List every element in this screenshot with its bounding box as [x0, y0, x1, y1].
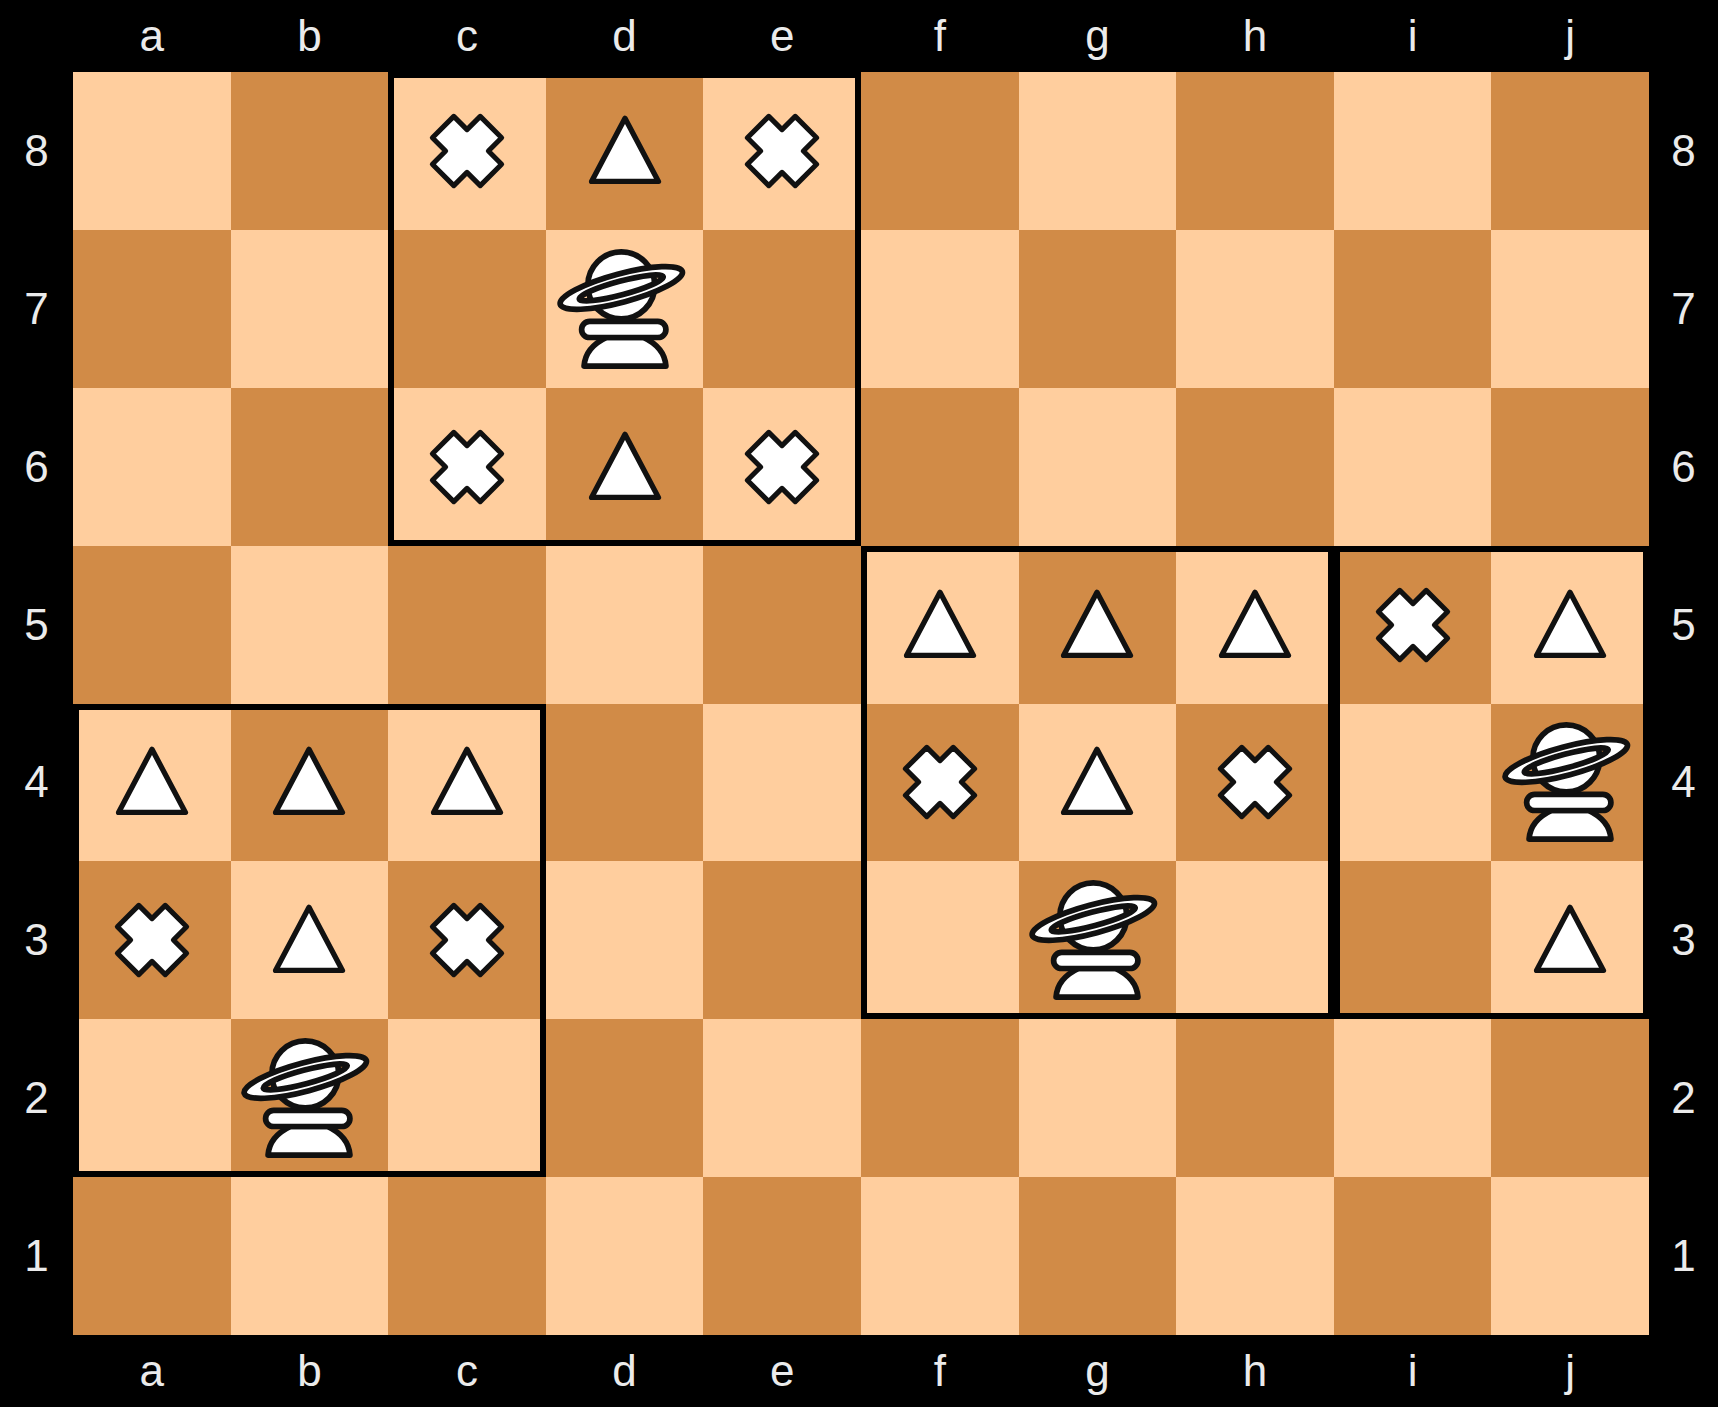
square-f1[interactable]	[861, 1177, 1019, 1335]
saturn-pawn-piece[interactable]	[1035, 878, 1159, 1002]
square-f2[interactable]	[861, 1019, 1019, 1177]
file-label-g: g	[1019, 1335, 1177, 1407]
x-cross-marker	[431, 431, 503, 503]
square-c5[interactable]	[388, 546, 546, 704]
square-d3[interactable]	[546, 861, 704, 1019]
square-h4[interactable]	[1176, 704, 1334, 862]
x-cross-marker	[746, 115, 818, 187]
file-label-g: g	[1019, 0, 1177, 72]
rank-label-7: 7	[1649, 230, 1718, 388]
triangle-marker	[1532, 902, 1608, 978]
file-label-f: f	[861, 1335, 1019, 1407]
square-g6[interactable]	[1019, 388, 1177, 546]
x-cross-marker	[431, 115, 503, 187]
square-b8[interactable]	[231, 72, 389, 230]
square-b2[interactable]	[231, 1019, 389, 1177]
square-e5[interactable]	[703, 546, 861, 704]
file-label-e: e	[703, 1335, 861, 1407]
square-d7[interactable]	[546, 230, 704, 388]
rank-label-5: 5	[1649, 546, 1718, 704]
square-g8[interactable]	[1019, 72, 1177, 230]
square-e3[interactable]	[703, 861, 861, 1019]
square-d2[interactable]	[546, 1019, 704, 1177]
square-b5[interactable]	[231, 546, 389, 704]
square-g7[interactable]	[1019, 230, 1177, 388]
square-f8[interactable]	[861, 72, 1019, 230]
square-i3[interactable]	[1334, 861, 1492, 1019]
square-d8[interactable]	[546, 72, 704, 230]
square-c6[interactable]	[388, 388, 546, 546]
square-j1[interactable]	[1491, 1177, 1649, 1335]
triangle-marker	[1217, 587, 1293, 663]
square-i5[interactable]	[1334, 546, 1492, 704]
square-h5[interactable]	[1176, 546, 1334, 704]
triangle-marker	[587, 429, 663, 505]
saturn-pawn-piece[interactable]	[563, 247, 687, 371]
square-h7[interactable]	[1176, 230, 1334, 388]
square-i4[interactable]	[1334, 704, 1492, 862]
file-labels-top: abcdefghij	[73, 0, 1649, 72]
square-d6[interactable]	[546, 388, 704, 546]
saturn-pawn-piece[interactable]	[247, 1036, 371, 1160]
saturn-pawn-piece[interactable]	[1508, 720, 1632, 844]
triangle-marker	[1532, 587, 1608, 663]
square-j3[interactable]	[1491, 861, 1649, 1019]
square-a5[interactable]	[73, 546, 231, 704]
file-label-a: a	[73, 0, 231, 72]
file-label-a: a	[73, 1335, 231, 1407]
file-label-b: b	[231, 1335, 389, 1407]
square-c4[interactable]	[388, 704, 546, 862]
square-b3[interactable]	[231, 861, 389, 1019]
triangle-marker	[902, 587, 978, 663]
triangle-marker	[1059, 587, 1135, 663]
x-cross-marker	[1377, 589, 1449, 661]
square-j2[interactable]	[1491, 1019, 1649, 1177]
square-a4[interactable]	[73, 704, 231, 862]
square-d1[interactable]	[546, 1177, 704, 1335]
square-e1[interactable]	[703, 1177, 861, 1335]
rank-labels-left: 87654321	[0, 72, 73, 1335]
triangle-marker	[1059, 744, 1135, 820]
square-j6[interactable]	[1491, 388, 1649, 546]
square-f4[interactable]	[861, 704, 1019, 862]
rank-label-2: 2	[0, 1019, 73, 1177]
square-i7[interactable]	[1334, 230, 1492, 388]
file-label-h: h	[1176, 1335, 1334, 1407]
rank-label-1: 1	[1649, 1177, 1718, 1335]
file-label-d: d	[546, 0, 704, 72]
square-h3[interactable]	[1176, 861, 1334, 1019]
square-g1[interactable]	[1019, 1177, 1177, 1335]
square-j7[interactable]	[1491, 230, 1649, 388]
file-label-c: c	[388, 0, 546, 72]
rank-label-5: 5	[0, 546, 73, 704]
rank-label-1: 1	[0, 1177, 73, 1335]
x-cross-marker	[431, 904, 503, 976]
square-c3[interactable]	[388, 861, 546, 1019]
square-f7[interactable]	[861, 230, 1019, 388]
rank-label-3: 3	[1649, 861, 1718, 1019]
square-h6[interactable]	[1176, 388, 1334, 546]
file-label-e: e	[703, 0, 861, 72]
triangle-marker	[271, 902, 347, 978]
square-i2[interactable]	[1334, 1019, 1492, 1177]
rank-label-2: 2	[1649, 1019, 1718, 1177]
square-a6[interactable]	[73, 388, 231, 546]
file-label-b: b	[231, 0, 389, 72]
triangle-marker	[271, 744, 347, 820]
square-c8[interactable]	[388, 72, 546, 230]
square-g4[interactable]	[1019, 704, 1177, 862]
file-label-c: c	[388, 1335, 546, 1407]
square-f3[interactable]	[861, 861, 1019, 1019]
square-c2[interactable]	[388, 1019, 546, 1177]
file-label-i: i	[1334, 0, 1492, 72]
square-h2[interactable]	[1176, 1019, 1334, 1177]
rank-label-8: 8	[1649, 72, 1718, 230]
rank-label-3: 3	[0, 861, 73, 1019]
square-b1[interactable]	[231, 1177, 389, 1335]
square-i6[interactable]	[1334, 388, 1492, 546]
rank-label-7: 7	[0, 230, 73, 388]
file-labels-bottom: abcdefghij	[73, 1335, 1649, 1407]
square-a8[interactable]	[73, 72, 231, 230]
square-i1[interactable]	[1334, 1177, 1492, 1335]
rank-label-4: 4	[1649, 704, 1718, 862]
square-i8[interactable]	[1334, 72, 1492, 230]
board-diagram: abcdefghij abcdefghij 87654321 87654321	[0, 0, 1718, 1407]
square-c1[interactable]	[388, 1177, 546, 1335]
square-a7[interactable]	[73, 230, 231, 388]
square-b4[interactable]	[231, 704, 389, 862]
square-e7[interactable]	[703, 230, 861, 388]
square-g3[interactable]	[1019, 861, 1177, 1019]
file-label-d: d	[546, 1335, 704, 1407]
square-d5[interactable]	[546, 546, 704, 704]
rank-label-6: 6	[0, 388, 73, 546]
triangle-marker	[587, 113, 663, 189]
square-a1[interactable]	[73, 1177, 231, 1335]
square-e8[interactable]	[703, 72, 861, 230]
triangle-marker	[429, 744, 505, 820]
square-f5[interactable]	[861, 546, 1019, 704]
square-j5[interactable]	[1491, 546, 1649, 704]
file-label-h: h	[1176, 0, 1334, 72]
triangle-marker	[114, 744, 190, 820]
square-j4[interactable]	[1491, 704, 1649, 862]
board	[73, 72, 1649, 1335]
square-e2[interactable]	[703, 1019, 861, 1177]
square-e4[interactable]	[703, 704, 861, 862]
square-b7[interactable]	[231, 230, 389, 388]
square-h8[interactable]	[1176, 72, 1334, 230]
rank-labels-right: 87654321	[1649, 72, 1718, 1335]
file-label-i: i	[1334, 1335, 1492, 1407]
x-cross-marker	[904, 746, 976, 818]
file-label-j: j	[1491, 0, 1649, 72]
square-g5[interactable]	[1019, 546, 1177, 704]
x-cross-marker	[116, 904, 188, 976]
x-cross-marker	[1219, 746, 1291, 818]
square-e6[interactable]	[703, 388, 861, 546]
square-f6[interactable]	[861, 388, 1019, 546]
square-b6[interactable]	[231, 388, 389, 546]
square-a3[interactable]	[73, 861, 231, 1019]
square-c7[interactable]	[388, 230, 546, 388]
rank-label-6: 6	[1649, 388, 1718, 546]
square-g2[interactable]	[1019, 1019, 1177, 1177]
square-d4[interactable]	[546, 704, 704, 862]
square-j8[interactable]	[1491, 72, 1649, 230]
square-h1[interactable]	[1176, 1177, 1334, 1335]
file-label-j: j	[1491, 1335, 1649, 1407]
square-a2[interactable]	[73, 1019, 231, 1177]
rank-label-4: 4	[0, 704, 73, 862]
file-label-f: f	[861, 0, 1019, 72]
x-cross-marker	[746, 431, 818, 503]
rank-label-8: 8	[0, 72, 73, 230]
